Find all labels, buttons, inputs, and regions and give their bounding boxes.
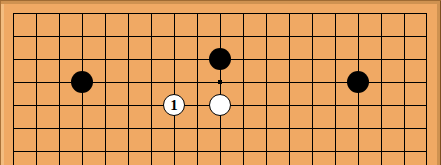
board-cell <box>151 151 174 165</box>
black-stone <box>209 48 231 70</box>
board-cell <box>13 36 36 59</box>
board-cell <box>174 36 197 59</box>
board-cell <box>243 151 266 165</box>
board-cell <box>128 59 151 82</box>
board-cell <box>82 36 105 59</box>
board-cell <box>266 105 289 128</box>
board-cell <box>59 151 82 165</box>
board-cell <box>59 105 82 128</box>
board-cell <box>404 82 427 105</box>
board-cell <box>289 36 312 59</box>
board-cell <box>128 151 151 165</box>
board-cell <box>404 36 427 59</box>
board-cell <box>266 128 289 151</box>
board-cell <box>335 151 358 165</box>
board-cell <box>151 59 174 82</box>
white-stone <box>209 94 231 116</box>
board-cell <box>358 13 381 36</box>
board-cell <box>289 82 312 105</box>
board-cell <box>266 82 289 105</box>
board-cell <box>36 151 59 165</box>
board-cell <box>36 13 59 36</box>
board-cell <box>381 59 404 82</box>
board-cell <box>197 13 220 36</box>
board-cell <box>128 128 151 151</box>
board-cell <box>13 13 36 36</box>
board-cell <box>381 13 404 36</box>
board-cell <box>243 105 266 128</box>
board-cell <box>105 151 128 165</box>
board-cell <box>82 151 105 165</box>
board-cell <box>404 13 427 36</box>
board-cell <box>381 36 404 59</box>
board-cell <box>13 82 36 105</box>
board-cell <box>266 36 289 59</box>
board-cell <box>220 13 243 36</box>
board-cell <box>36 105 59 128</box>
board-cell <box>358 36 381 59</box>
board-cell <box>82 13 105 36</box>
board-cell <box>174 151 197 165</box>
board-cell <box>289 151 312 165</box>
board-cell <box>289 128 312 151</box>
board-cell <box>174 128 197 151</box>
board-cell <box>358 151 381 165</box>
board-cell <box>36 59 59 82</box>
board-cell <box>381 105 404 128</box>
board-cell <box>404 128 427 151</box>
board-cell <box>174 13 197 36</box>
go-board-diagram: 1 <box>0 0 441 165</box>
board-cell <box>105 13 128 36</box>
board-cell <box>312 59 335 82</box>
board-cell <box>13 151 36 165</box>
board-cell <box>105 36 128 59</box>
board-cell <box>243 82 266 105</box>
board-cell <box>59 13 82 36</box>
board-cell <box>128 105 151 128</box>
board-cell <box>151 128 174 151</box>
board-cell <box>151 36 174 59</box>
board-cell <box>312 36 335 59</box>
board-cell <box>13 59 36 82</box>
board-cell <box>220 128 243 151</box>
board-cell <box>312 151 335 165</box>
black-stone <box>71 71 93 93</box>
board-cell <box>381 128 404 151</box>
board-cell <box>36 128 59 151</box>
board-cell <box>13 128 36 151</box>
board-cell <box>266 13 289 36</box>
board-cell <box>105 82 128 105</box>
board-cell <box>59 128 82 151</box>
white-stone: 1 <box>163 94 185 116</box>
board-cell <box>289 59 312 82</box>
board-cell <box>243 13 266 36</box>
board-cell <box>13 105 36 128</box>
board-cell <box>358 128 381 151</box>
board-cell <box>404 105 427 128</box>
star-point-marker <box>218 80 222 84</box>
board-cell <box>404 59 427 82</box>
board-cell <box>151 13 174 36</box>
board-cell <box>36 36 59 59</box>
board-cell <box>105 128 128 151</box>
board-cell <box>266 151 289 165</box>
board-cell <box>358 105 381 128</box>
board-cell <box>128 13 151 36</box>
board-cell <box>335 36 358 59</box>
board-cell <box>36 82 59 105</box>
board-cell <box>312 128 335 151</box>
board-cell <box>289 13 312 36</box>
board-cell <box>381 82 404 105</box>
board-cell <box>197 151 220 165</box>
board-cell <box>335 105 358 128</box>
board-cell <box>404 151 427 165</box>
board-cell <box>312 13 335 36</box>
board-cell <box>335 13 358 36</box>
board-cell <box>174 59 197 82</box>
board-cell <box>105 59 128 82</box>
board-cell <box>197 128 220 151</box>
board-cell <box>82 128 105 151</box>
board-cell <box>59 36 82 59</box>
board-cell <box>312 82 335 105</box>
board-cell <box>312 105 335 128</box>
board-cell <box>381 151 404 165</box>
board-cell <box>128 36 151 59</box>
board-cell <box>128 82 151 105</box>
board-cell <box>220 151 243 165</box>
stone-move-number: 1 <box>170 97 178 112</box>
board-cell <box>266 59 289 82</box>
black-stone <box>347 71 369 93</box>
board-cell <box>105 105 128 128</box>
board-cell <box>335 128 358 151</box>
board-cell <box>243 36 266 59</box>
board-cell <box>243 59 266 82</box>
board-cell <box>82 105 105 128</box>
board-cell <box>243 128 266 151</box>
board-cell <box>289 105 312 128</box>
